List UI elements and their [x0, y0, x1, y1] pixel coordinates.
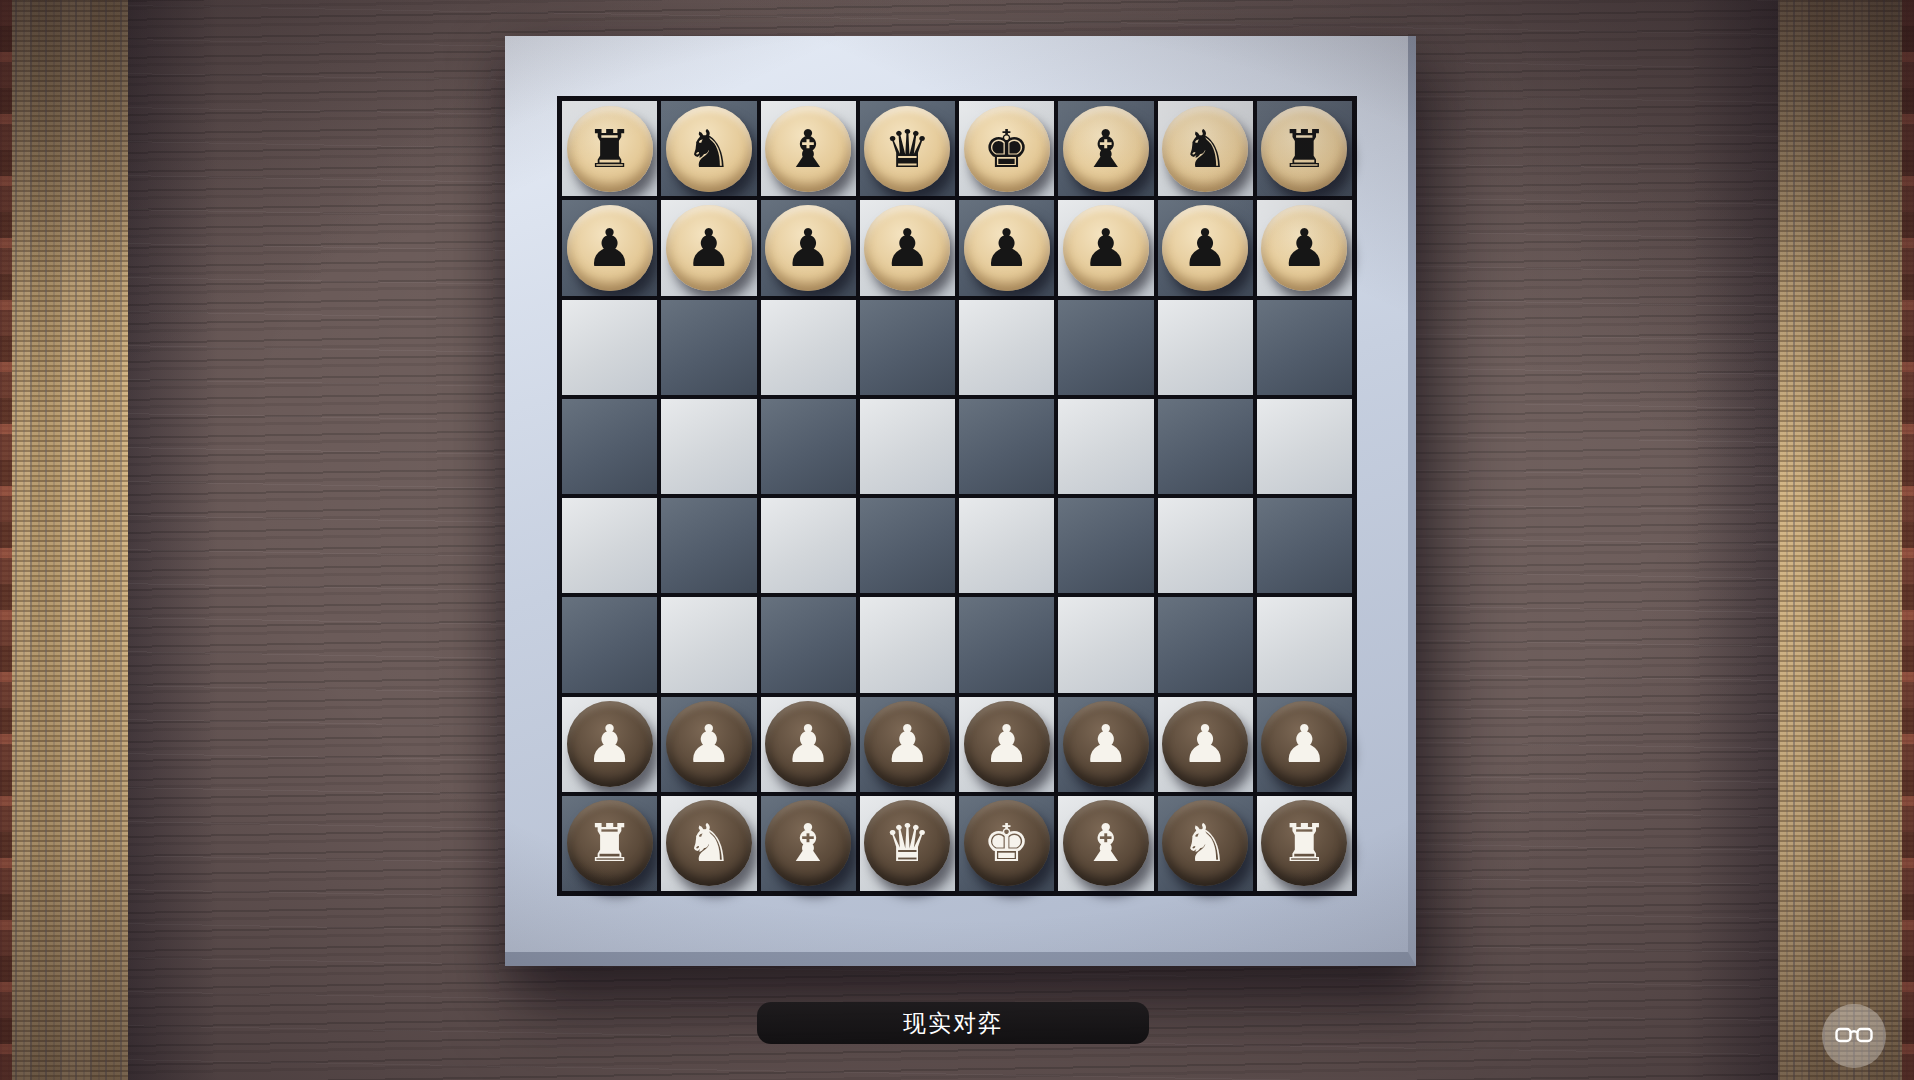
- square-c6[interactable]: [761, 300, 856, 395]
- square-c8[interactable]: ♝: [761, 101, 856, 196]
- square-f5[interactable]: [1058, 399, 1153, 494]
- glasses-button[interactable]: [1822, 1004, 1886, 1068]
- square-b3[interactable]: [661, 597, 756, 692]
- square-b4[interactable]: [661, 498, 756, 593]
- square-f2[interactable]: ♟: [1058, 697, 1153, 792]
- square-a1[interactable]: ♜: [562, 796, 657, 891]
- square-e7[interactable]: ♟: [959, 200, 1054, 295]
- square-e6[interactable]: [959, 300, 1054, 395]
- glasses-icon: [1835, 1026, 1873, 1046]
- tatami-mat-left: [0, 0, 128, 1080]
- square-h4[interactable]: [1257, 498, 1352, 593]
- piece-white-rook[interactable]: ♜: [567, 800, 653, 886]
- square-d3[interactable]: [860, 597, 955, 692]
- chess-app-screen: ♜♞♝♛♚♝♞♜♟♟♟♟♟♟♟♟♟♟♟♟♟♟♟♟♜♞♝♛♚♝♞♜ 现实对弈: [0, 0, 1914, 1080]
- square-h5[interactable]: [1257, 399, 1352, 494]
- square-a2[interactable]: ♟: [562, 697, 657, 792]
- piece-black-rook[interactable]: ♜: [567, 106, 653, 192]
- square-a7[interactable]: ♟: [562, 200, 657, 295]
- marble-board-slab: ♜♞♝♛♚♝♞♜♟♟♟♟♟♟♟♟♟♟♟♟♟♟♟♟♜♞♝♛♚♝♞♜: [505, 36, 1416, 966]
- square-e3[interactable]: [959, 597, 1054, 692]
- square-a6[interactable]: [562, 300, 657, 395]
- piece-black-pawn[interactable]: ♟: [1162, 205, 1248, 291]
- square-c3[interactable]: [761, 597, 856, 692]
- square-a3[interactable]: [562, 597, 657, 692]
- square-c7[interactable]: ♟: [761, 200, 856, 295]
- square-e8[interactable]: ♚: [959, 101, 1054, 196]
- tatami-edge-trim: [1902, 0, 1914, 1080]
- square-h6[interactable]: [1257, 300, 1352, 395]
- square-f8[interactable]: ♝: [1058, 101, 1153, 196]
- square-g1[interactable]: ♞: [1158, 796, 1253, 891]
- square-b8[interactable]: ♞: [661, 101, 756, 196]
- piece-black-knight[interactable]: ♞: [666, 106, 752, 192]
- piece-black-knight[interactable]: ♞: [1162, 106, 1248, 192]
- square-f1[interactable]: ♝: [1058, 796, 1153, 891]
- square-c1[interactable]: ♝: [761, 796, 856, 891]
- square-f4[interactable]: [1058, 498, 1153, 593]
- piece-black-bishop[interactable]: ♝: [1063, 106, 1149, 192]
- square-f6[interactable]: [1058, 300, 1153, 395]
- piece-white-pawn[interactable]: ♟: [1162, 701, 1248, 787]
- square-d5[interactable]: [860, 399, 955, 494]
- square-a5[interactable]: [562, 399, 657, 494]
- square-b2[interactable]: ♟: [661, 697, 756, 792]
- piece-black-pawn[interactable]: ♟: [1261, 205, 1347, 291]
- square-f7[interactable]: ♟: [1058, 200, 1153, 295]
- square-g8[interactable]: ♞: [1158, 101, 1253, 196]
- piece-black-pawn[interactable]: ♟: [666, 205, 752, 291]
- tatami-edge-trim: [0, 0, 12, 1080]
- square-h1[interactable]: ♜: [1257, 796, 1352, 891]
- square-a4[interactable]: [562, 498, 657, 593]
- square-d2[interactable]: ♟: [860, 697, 955, 792]
- piece-black-pawn[interactable]: ♟: [1063, 205, 1149, 291]
- square-c2[interactable]: ♟: [761, 697, 856, 792]
- square-b7[interactable]: ♟: [661, 200, 756, 295]
- piece-white-bishop[interactable]: ♝: [765, 800, 851, 886]
- square-d7[interactable]: ♟: [860, 200, 955, 295]
- piece-black-queen[interactable]: ♛: [864, 106, 950, 192]
- square-e5[interactable]: [959, 399, 1054, 494]
- square-g3[interactable]: [1158, 597, 1253, 692]
- square-d4[interactable]: [860, 498, 955, 593]
- square-c5[interactable]: [761, 399, 856, 494]
- square-c4[interactable]: [761, 498, 856, 593]
- piece-white-pawn[interactable]: ♟: [964, 701, 1050, 787]
- piece-black-king[interactable]: ♚: [964, 106, 1050, 192]
- piece-white-pawn[interactable]: ♟: [1261, 701, 1347, 787]
- piece-white-queen[interactable]: ♛: [864, 800, 950, 886]
- square-f3[interactable]: [1058, 597, 1153, 692]
- square-d8[interactable]: ♛: [860, 101, 955, 196]
- square-h8[interactable]: ♜: [1257, 101, 1352, 196]
- piece-white-bishop[interactable]: ♝: [1063, 800, 1149, 886]
- square-e4[interactable]: [959, 498, 1054, 593]
- piece-black-rook[interactable]: ♜: [1261, 106, 1347, 192]
- tatami-mat-right: [1778, 0, 1914, 1080]
- square-g5[interactable]: [1158, 399, 1253, 494]
- square-d1[interactable]: ♛: [860, 796, 955, 891]
- real-match-button[interactable]: 现实对弈: [757, 1002, 1149, 1044]
- square-h2[interactable]: ♟: [1257, 697, 1352, 792]
- piece-white-pawn[interactable]: ♟: [666, 701, 752, 787]
- square-h7[interactable]: ♟: [1257, 200, 1352, 295]
- square-b1[interactable]: ♞: [661, 796, 756, 891]
- square-b6[interactable]: [661, 300, 756, 395]
- piece-black-pawn[interactable]: ♟: [567, 205, 653, 291]
- piece-white-knight[interactable]: ♞: [666, 800, 752, 886]
- square-g2[interactable]: ♟: [1158, 697, 1253, 792]
- square-d6[interactable]: [860, 300, 955, 395]
- board-grid: ♜♞♝♛♚♝♞♜♟♟♟♟♟♟♟♟♟♟♟♟♟♟♟♟♜♞♝♛♚♝♞♜: [557, 96, 1357, 896]
- square-g6[interactable]: [1158, 300, 1253, 395]
- piece-white-rook[interactable]: ♜: [1261, 800, 1347, 886]
- piece-white-pawn[interactable]: ♟: [567, 701, 653, 787]
- square-h3[interactable]: [1257, 597, 1352, 692]
- piece-white-pawn[interactable]: ♟: [864, 701, 950, 787]
- piece-black-pawn[interactable]: ♟: [765, 205, 851, 291]
- piece-white-king[interactable]: ♚: [964, 800, 1050, 886]
- square-e1[interactable]: ♚: [959, 796, 1054, 891]
- piece-black-pawn[interactable]: ♟: [864, 205, 950, 291]
- piece-white-pawn[interactable]: ♟: [1063, 701, 1149, 787]
- square-e2[interactable]: ♟: [959, 697, 1054, 792]
- piece-black-pawn[interactable]: ♟: [964, 205, 1050, 291]
- piece-white-knight[interactable]: ♞: [1162, 800, 1248, 886]
- square-g4[interactable]: [1158, 498, 1253, 593]
- piece-white-pawn[interactable]: ♟: [765, 701, 851, 787]
- square-a8[interactable]: ♜: [562, 101, 657, 196]
- square-b5[interactable]: [661, 399, 756, 494]
- piece-black-bishop[interactable]: ♝: [765, 106, 851, 192]
- square-g7[interactable]: ♟: [1158, 200, 1253, 295]
